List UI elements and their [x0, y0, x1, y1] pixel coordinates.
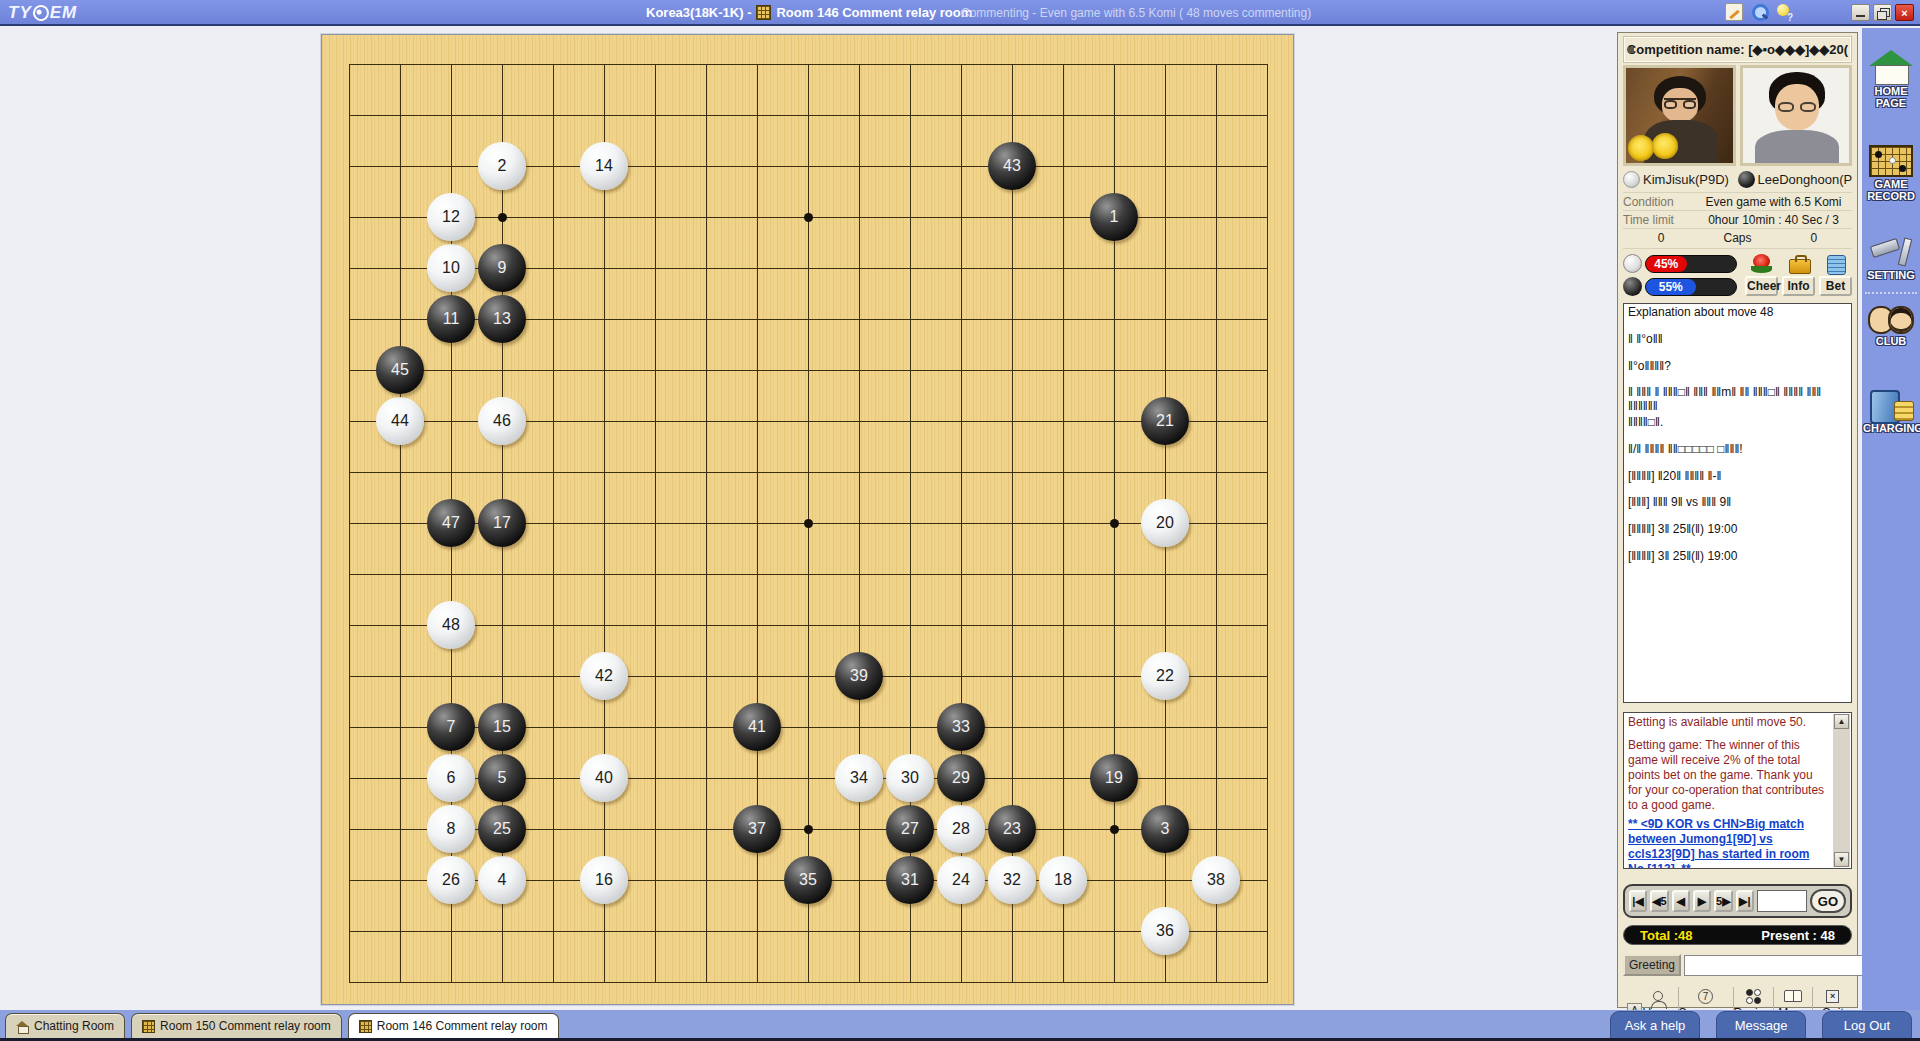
game-record-button[interactable]: GAME RECORD	[1863, 109, 1919, 202]
stone-C8: 48	[427, 601, 475, 649]
club-label: CLUB	[1863, 336, 1919, 348]
white-player-photo	[1623, 65, 1736, 166]
faces-icon	[1866, 304, 1916, 334]
star-point	[804, 825, 813, 834]
black-stone-icon	[1623, 277, 1642, 296]
stone-D6: 15	[478, 703, 526, 751]
white-vote-row: 45%	[1623, 253, 1737, 274]
close-box-icon: ×	[1826, 990, 1839, 1003]
stone-D12: 46	[478, 397, 526, 445]
stone-C3: 26	[427, 856, 475, 904]
tab-label: Room 150 Comment relay room	[160, 1019, 331, 1033]
scroll-up-icon[interactable]: ▲	[1834, 714, 1849, 729]
close-button[interactable]: ×	[1895, 4, 1914, 21]
white-player-glasses	[1664, 98, 1696, 107]
help-bulb-icon[interactable]	[1775, 3, 1793, 21]
cheer-label: Cheer	[1745, 276, 1778, 296]
stone-L5: 34	[835, 754, 883, 802]
black-vote-row: 55%	[1623, 276, 1737, 297]
server-name: Korea3(18K-1K) -	[646, 5, 751, 20]
circled-seven-icon: 7	[1698, 989, 1713, 1004]
stone-F3: 16	[580, 856, 628, 904]
stone-R4: 3	[1141, 805, 1189, 853]
stones-icon	[1746, 989, 1761, 1004]
bet-button[interactable]: Bet	[1819, 253, 1852, 299]
tab-room-150[interactable]: Room 150 Comment relay room	[131, 1013, 342, 1038]
black-stone-icon	[1738, 171, 1755, 188]
right-icon-strip: HOME PAGE GAME RECORD SETTING CLUB CHARG…	[1862, 28, 1920, 1010]
info-button[interactable]: Info	[1782, 253, 1815, 299]
cheer-button[interactable]: Cheer	[1745, 253, 1778, 299]
caps-row: 0 Caps 0	[1623, 228, 1852, 248]
stone-O17: 43	[988, 142, 1036, 190]
tygem-logo: TY EM	[8, 3, 77, 23]
nav-back-button[interactable]: ◀	[1672, 890, 1690, 912]
stone-D5: 5	[478, 754, 526, 802]
person-icon	[1653, 991, 1663, 1001]
logo-text-left: TY	[8, 3, 32, 23]
message-button[interactable]: Message	[1716, 1011, 1806, 1038]
home-page-button[interactable]: HOME PAGE	[1863, 28, 1919, 109]
time-limit-value: 0hour 10min : 40 Sec / 3	[1695, 213, 1852, 227]
board-icon	[142, 1020, 155, 1033]
house-icon	[1867, 50, 1915, 84]
restore-button[interactable]	[1873, 4, 1892, 21]
scrollbar[interactable]: ▲ ▼	[1833, 714, 1850, 867]
star-point	[804, 519, 813, 528]
stone-J4: 37	[733, 805, 781, 853]
white-stone-icon	[1623, 171, 1640, 188]
charging-button[interactable]: CHARGING	[1863, 347, 1919, 435]
stone-O4: 23	[988, 805, 1036, 853]
star-point	[804, 213, 813, 222]
star-point	[1110, 825, 1119, 834]
ask-help-button[interactable]: Ask a help	[1610, 1011, 1700, 1038]
record-label-1: GAME	[1863, 179, 1919, 191]
stone-L7: 39	[835, 652, 883, 700]
stone-Q5: 19	[1090, 754, 1138, 802]
go-board[interactable]: 1234567891011121314151617181920212223242…	[321, 34, 1294, 1005]
white-player-row: KimJisuk(P9D)	[1623, 171, 1738, 188]
stone-D14: 13	[478, 295, 526, 343]
memo-icon[interactable]	[1725, 3, 1743, 21]
stone-C15: 10	[427, 244, 475, 292]
board-icon	[359, 1020, 372, 1033]
stone-N4: 28	[937, 805, 985, 853]
logo-text-right: EM	[50, 3, 78, 23]
rose-icon	[1750, 253, 1774, 275]
stone-M3: 31	[886, 856, 934, 904]
charging-label: CHARGING	[1863, 423, 1919, 435]
caps-label: Caps	[1699, 231, 1775, 245]
nav-first-button[interactable]: |◀	[1629, 890, 1647, 912]
stone-R7: 22	[1141, 652, 1189, 700]
book-icon	[1784, 990, 1802, 1002]
scroll-down-icon[interactable]: ▼	[1834, 852, 1849, 867]
briefcase-icon	[1787, 253, 1811, 275]
logout-button[interactable]: Log Out	[1822, 1011, 1912, 1038]
room-name: Room 146 Comment relay room	[776, 5, 972, 20]
stone-N3: 24	[937, 856, 985, 904]
black-player-name: LeeDonghoon(P9D)	[1758, 172, 1853, 187]
move-counter-bar: Total :48 Present : 48	[1623, 925, 1852, 945]
house-icon	[16, 1021, 29, 1032]
stone-M4: 27	[886, 805, 934, 853]
stone-S3: 38	[1192, 856, 1240, 904]
stone-J6: 41	[733, 703, 781, 751]
window-title: Korea3(18K-1K) - Room 146 Comment relay …	[646, 5, 972, 20]
time-limit-label: Time limit	[1623, 213, 1695, 227]
game-info-sidebar: Competition name: [◆▪o◆◆◆]◆◆20( KimJisuk…	[1617, 32, 1858, 1008]
room-board-icon	[756, 5, 771, 20]
white-stone-icon	[1623, 254, 1642, 273]
competition-name: Competition name: [◆▪o◆◆◆]◆◆20(	[1624, 37, 1851, 62]
bottom-taskbar: Chatting Room Room 150 Comment relay roo…	[0, 1010, 1920, 1041]
black-vote-fill: 55%	[1646, 279, 1696, 295]
stone-D3: 4	[478, 856, 526, 904]
tab-room-146[interactable]: Room 146 Comment relay room	[348, 1013, 559, 1038]
star-point	[1110, 519, 1119, 528]
stone-R10: 20	[1141, 499, 1189, 547]
minimize-button[interactable]	[1851, 4, 1870, 21]
tab-label: Room 146 Comment relay room	[377, 1019, 548, 1033]
greeting-button[interactable]: Greeting	[1623, 954, 1681, 976]
black-player-photo	[1740, 65, 1853, 166]
divider	[1865, 292, 1917, 294]
home-label-1: HOME	[1863, 86, 1919, 98]
stone-O3: 32	[988, 856, 1036, 904]
tab-label: Chatting Room	[34, 1019, 114, 1033]
stone-Q16: 1	[1090, 193, 1138, 241]
setting-button[interactable]: SETTING	[1863, 202, 1919, 282]
present-move: Present : 48	[1761, 928, 1835, 943]
betting-message-box[interactable]: Betting is available until move 50.Betti…	[1623, 712, 1852, 869]
nav-forward-button[interactable]: ▶	[1693, 890, 1711, 912]
condition-row: Condition Even game with 6.5 Komi	[1623, 192, 1852, 210]
big-match-link[interactable]: ** <9D KOR vs CHN>Big match between Jumo…	[1628, 817, 1829, 869]
move-explanation-box[interactable]: Explanation about move 48‖ ‖°o‖‖‖°o‖‖‖‖?…	[1623, 303, 1852, 703]
chat-input[interactable]	[1684, 955, 1867, 976]
stone-C16: 12	[427, 193, 475, 241]
stone-K3: 35	[784, 856, 832, 904]
total-moves: Total :48	[1640, 928, 1693, 943]
search-icon[interactable]	[1750, 3, 1768, 21]
stone-C5: 6	[427, 754, 475, 802]
club-button[interactable]: CLUB	[1863, 304, 1919, 348]
nav-forward5-button[interactable]: 5▶	[1714, 890, 1733, 912]
tab-chatting-room[interactable]: Chatting Room	[5, 1013, 125, 1038]
condition-value: Even game with 6.5 Komi	[1695, 195, 1852, 209]
go-board-icon	[1869, 145, 1913, 177]
nav-last-button[interactable]: ▶|	[1736, 890, 1754, 912]
move-number-input[interactable]	[1757, 890, 1807, 912]
info-label: Info	[1782, 276, 1815, 296]
flower-icon	[1652, 133, 1678, 159]
setting-label: SETTING	[1863, 270, 1919, 282]
stone-B13: 45	[376, 346, 424, 394]
stone-D17: 2	[478, 142, 526, 190]
battery-coins-icon	[1868, 387, 1914, 421]
bet-label: Bet	[1819, 276, 1852, 296]
stone-C6: 7	[427, 703, 475, 751]
stone-P3: 18	[1039, 856, 1087, 904]
tools-icon	[1869, 236, 1913, 268]
stone-F17: 14	[580, 142, 628, 190]
go-button[interactable]: GO	[1810, 889, 1846, 913]
nav-back5-button[interactable]: ◀5	[1650, 890, 1669, 912]
stone-C4: 8	[427, 805, 475, 853]
stone-N5: 29	[937, 754, 985, 802]
star-point	[498, 213, 507, 222]
stone-R2: 36	[1141, 907, 1189, 955]
white-vote-track: 45%	[1645, 255, 1737, 273]
stone-C14: 11	[427, 295, 475, 343]
black-player-row: LeeDonghoon(P9D)	[1738, 171, 1853, 188]
black-vote-track: 55%	[1645, 278, 1737, 296]
window-titlebar: TY EM Korea3(18K-1K) - Room 146 Comment …	[0, 0, 1920, 26]
stone-N6: 33	[937, 703, 985, 751]
stone-D4: 25	[478, 805, 526, 853]
flower-icon	[1628, 135, 1654, 161]
white-player-name: KimJisuk(P9D)	[1643, 172, 1729, 187]
black-player-body	[1755, 130, 1839, 166]
stone-R12: 21	[1141, 397, 1189, 445]
stone-B12: 44	[376, 397, 424, 445]
condition-label: Condition	[1623, 195, 1695, 209]
caps-right-value: 0	[1776, 231, 1852, 245]
stone-C10: 47	[427, 499, 475, 547]
go-stone-logo-icon	[30, 3, 51, 24]
greeting-row: Greeting	[1623, 954, 1852, 976]
betting-text: Betting is available until move 50.Betti…	[1628, 715, 1829, 813]
coins-icon	[1824, 253, 1848, 275]
stone-D15: 9	[478, 244, 526, 292]
time-limit-row: Time limit 0hour 10min : 40 Sec / 3	[1623, 210, 1852, 228]
home-label-2: PAGE	[1863, 98, 1919, 110]
white-vote-fill: 45%	[1646, 256, 1687, 272]
game-status-text: Commenting - Even game with 6.5 Komi ( 4…	[961, 6, 1311, 20]
stone-D10: 17	[478, 499, 526, 547]
record-label-2: RECORD	[1863, 191, 1919, 203]
stone-F5: 40	[580, 754, 628, 802]
stone-F7: 42	[580, 652, 628, 700]
caps-left-value: 0	[1623, 231, 1699, 245]
black-player-glasses	[1778, 102, 1816, 112]
stone-M5: 30	[886, 754, 934, 802]
move-navigation: |◀ ◀5 ◀ ▶ 5▶ ▶| GO	[1623, 884, 1852, 918]
